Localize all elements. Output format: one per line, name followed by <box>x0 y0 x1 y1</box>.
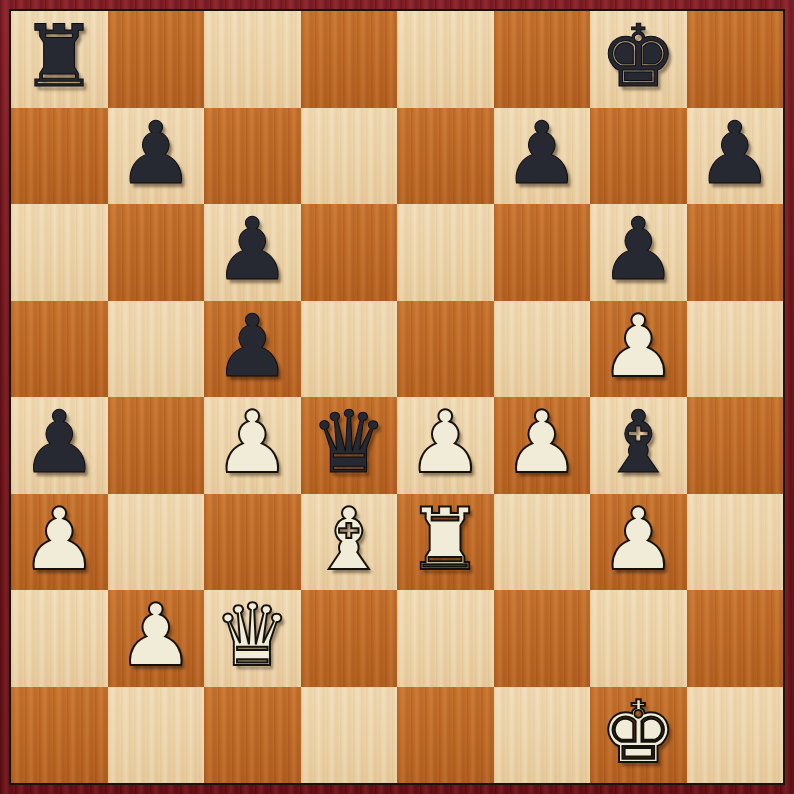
square-d8[interactable] <box>301 11 398 108</box>
square-h2[interactable] <box>687 590 784 687</box>
square-b1[interactable] <box>108 687 205 784</box>
square-h3[interactable] <box>687 494 784 591</box>
square-c1[interactable] <box>204 687 301 784</box>
black-pawn[interactable]: ♟ <box>696 108 773 201</box>
white-bishop[interactable]: ♝ <box>310 494 387 587</box>
square-c5[interactable]: ♟ <box>204 301 301 398</box>
square-f5[interactable] <box>494 301 591 398</box>
black-queen[interactable]: ♛ <box>310 397 387 490</box>
square-d6[interactable] <box>301 204 398 301</box>
square-b3[interactable] <box>108 494 205 591</box>
square-b5[interactable] <box>108 301 205 398</box>
square-f6[interactable] <box>494 204 591 301</box>
square-e1[interactable] <box>397 687 494 784</box>
white-pawn[interactable]: ♟ <box>21 494 98 587</box>
square-a4[interactable]: ♟ <box>11 397 108 494</box>
white-pawn[interactable]: ♟ <box>600 301 677 394</box>
square-g4[interactable]: ♝ <box>590 397 687 494</box>
square-f1[interactable] <box>494 687 591 784</box>
square-a6[interactable] <box>11 204 108 301</box>
square-g8[interactable]: ♚ <box>590 11 687 108</box>
black-pawn[interactable]: ♟ <box>503 108 580 201</box>
square-e3[interactable]: ♜ <box>397 494 494 591</box>
square-e6[interactable] <box>397 204 494 301</box>
square-a2[interactable] <box>11 590 108 687</box>
white-pawn[interactable]: ♟ <box>600 494 677 587</box>
square-b2[interactable]: ♟ <box>108 590 205 687</box>
square-c7[interactable] <box>204 108 301 205</box>
square-f7[interactable]: ♟ <box>494 108 591 205</box>
white-pawn[interactable]: ♟ <box>407 397 484 490</box>
white-pawn[interactable]: ♟ <box>117 590 194 683</box>
square-a3[interactable]: ♟ <box>11 494 108 591</box>
square-d7[interactable] <box>301 108 398 205</box>
black-king[interactable]: ♚ <box>600 11 677 104</box>
square-g1[interactable]: ♚ <box>590 687 687 784</box>
square-d5[interactable] <box>301 301 398 398</box>
white-pawn[interactable]: ♟ <box>214 397 291 490</box>
square-h5[interactable] <box>687 301 784 398</box>
square-b4[interactable] <box>108 397 205 494</box>
square-h8[interactable] <box>687 11 784 108</box>
black-pawn[interactable]: ♟ <box>117 108 194 201</box>
black-pawn[interactable]: ♟ <box>21 397 98 490</box>
square-g3[interactable]: ♟ <box>590 494 687 591</box>
square-e2[interactable] <box>397 590 494 687</box>
square-g2[interactable] <box>590 590 687 687</box>
square-e8[interactable] <box>397 11 494 108</box>
square-c2[interactable]: ♛ <box>204 590 301 687</box>
square-g6[interactable]: ♟ <box>590 204 687 301</box>
square-g7[interactable] <box>590 108 687 205</box>
square-e4[interactable]: ♟ <box>397 397 494 494</box>
square-g5[interactable]: ♟ <box>590 301 687 398</box>
square-a7[interactable] <box>11 108 108 205</box>
white-queen[interactable]: ♛ <box>214 590 291 683</box>
square-b7[interactable]: ♟ <box>108 108 205 205</box>
black-rook[interactable]: ♜ <box>21 11 98 104</box>
square-c4[interactable]: ♟ <box>204 397 301 494</box>
square-f8[interactable] <box>494 11 591 108</box>
square-d2[interactable] <box>301 590 398 687</box>
chess-board: ♜♚♟♟♟♟♟♟♟♟♟♛♟♟♝♟♝♜♟♟♛♚ <box>9 9 785 785</box>
square-f2[interactable] <box>494 590 591 687</box>
black-pawn[interactable]: ♟ <box>214 301 291 394</box>
white-rook[interactable]: ♜ <box>407 494 484 587</box>
square-h6[interactable] <box>687 204 784 301</box>
square-b8[interactable] <box>108 11 205 108</box>
square-a5[interactable] <box>11 301 108 398</box>
square-f3[interactable] <box>494 494 591 591</box>
square-e7[interactable] <box>397 108 494 205</box>
square-f4[interactable]: ♟ <box>494 397 591 494</box>
black-bishop[interactable]: ♝ <box>600 397 677 490</box>
white-king[interactable]: ♚ <box>600 687 677 780</box>
square-e5[interactable] <box>397 301 494 398</box>
black-pawn[interactable]: ♟ <box>600 204 677 297</box>
square-d4[interactable]: ♛ <box>301 397 398 494</box>
square-c6[interactable]: ♟ <box>204 204 301 301</box>
black-pawn[interactable]: ♟ <box>214 204 291 297</box>
square-h1[interactable] <box>687 687 784 784</box>
square-d1[interactable] <box>301 687 398 784</box>
square-b6[interactable] <box>108 204 205 301</box>
square-h4[interactable] <box>687 397 784 494</box>
square-c8[interactable] <box>204 11 301 108</box>
square-d3[interactable]: ♝ <box>301 494 398 591</box>
square-c3[interactable] <box>204 494 301 591</box>
square-h7[interactable]: ♟ <box>687 108 784 205</box>
square-a1[interactable] <box>11 687 108 784</box>
board-frame: ♜♚♟♟♟♟♟♟♟♟♟♛♟♟♝♟♝♜♟♟♛♚ <box>0 0 794 794</box>
white-pawn[interactable]: ♟ <box>503 397 580 490</box>
square-a8[interactable]: ♜ <box>11 11 108 108</box>
